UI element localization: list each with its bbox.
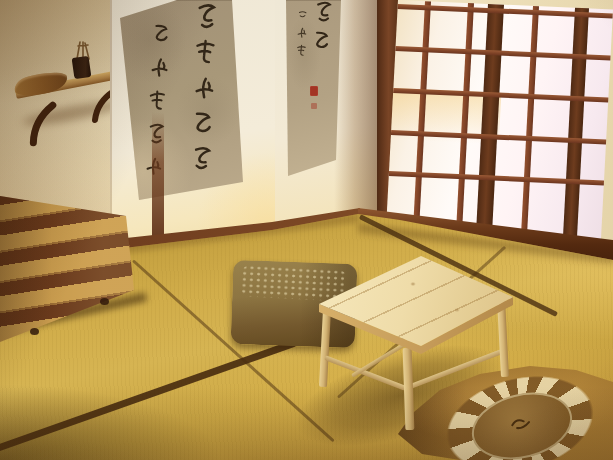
left-scroll bbox=[118, 0, 246, 202]
room-photo bbox=[0, 0, 613, 460]
shoji-stile bbox=[563, 8, 589, 241]
bench-foot bbox=[100, 298, 109, 305]
shelf-bracket-left bbox=[26, 99, 59, 147]
seal-stamp bbox=[310, 86, 318, 96]
shoji-paper bbox=[386, 0, 613, 241]
bench-foot bbox=[30, 328, 39, 335]
seal-stamp-small bbox=[311, 103, 317, 109]
panel-frame-strip bbox=[152, 112, 164, 254]
calligraphy-column bbox=[187, 2, 221, 172]
right-scroll bbox=[283, 0, 343, 180]
cushion-pattern-band bbox=[240, 264, 348, 302]
calligraphy-column bbox=[309, 0, 336, 53]
shelf-cup bbox=[72, 56, 92, 79]
calligraphy-column bbox=[294, 8, 310, 57]
panel-edge bbox=[110, 0, 112, 250]
shoji-muntin bbox=[521, 6, 539, 238]
